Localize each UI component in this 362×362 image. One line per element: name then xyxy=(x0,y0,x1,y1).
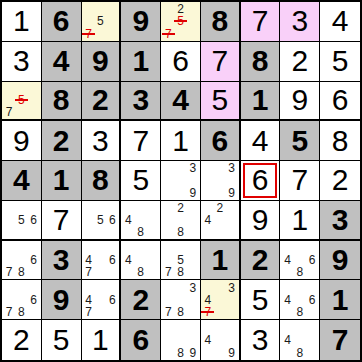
sudoku-board: 1657925787343491678255782345196923716458… xyxy=(0,0,362,362)
cell-r9c4[interactable]: 6 xyxy=(121,320,161,360)
placed-digit: 5 xyxy=(320,42,360,81)
cell-r5c6[interactable]: 39 xyxy=(201,161,241,201)
cell-r6c7[interactable]: 9 xyxy=(241,201,281,241)
placed-digit: 6 xyxy=(161,42,200,81)
cell-r8c4[interactable]: 2 xyxy=(121,280,161,320)
candidate-digit: 8 xyxy=(177,226,184,238)
eliminated-candidate-digit: 5 xyxy=(177,15,184,27)
cell-r6c6[interactable]: 24 xyxy=(201,201,241,241)
cell-r7c3[interactable]: 467 xyxy=(82,241,122,281)
candidate-digit: 4 xyxy=(125,214,132,226)
cell-r4c7[interactable]: 4 xyxy=(241,121,281,161)
cell-r6c3[interactable]: 56 xyxy=(82,201,122,241)
placed-digit: 3 xyxy=(280,2,319,41)
candidate-digit: 3 xyxy=(189,162,196,174)
cell-r5c8[interactable]: 7 xyxy=(280,161,320,201)
candidate-grid: 57 xyxy=(82,2,120,41)
placed-digit: 7 xyxy=(121,121,160,160)
cell-r6c1[interactable]: 56 xyxy=(2,201,42,241)
candidate-grid: 89 xyxy=(161,320,200,360)
given-digit: 8 xyxy=(201,2,239,41)
cell-r6c2[interactable]: 7 xyxy=(42,201,82,241)
cell-r9c3[interactable]: 1 xyxy=(82,320,122,360)
given-digit: 1 xyxy=(201,241,239,280)
candidate-digit: 8 xyxy=(137,266,144,278)
candidate-digit: 8 xyxy=(177,266,184,278)
eliminated-candidate-digit: 7 xyxy=(165,28,172,40)
cell-r4c4[interactable]: 7 xyxy=(121,121,161,161)
cell-r9c6[interactable]: 49 xyxy=(201,320,241,360)
placed-digit: 9 xyxy=(280,82,319,120)
placed-digit: 1 xyxy=(2,2,41,41)
cell-r4c3[interactable]: 3 xyxy=(82,121,122,161)
candidate-digit: 4 xyxy=(284,334,291,346)
placed-digit: 3 xyxy=(2,42,41,81)
cell-r5c5[interactable]: 39 xyxy=(161,161,201,201)
candidate-digit: 9 xyxy=(189,347,196,359)
cell-r5c2[interactable]: 1 xyxy=(42,161,82,201)
cell-r7c8[interactable]: 468 xyxy=(280,241,320,281)
cell-r1c5[interactable]: 257 xyxy=(161,2,201,42)
candidate-grid: 56 xyxy=(82,201,120,239)
given-digit: 6 xyxy=(121,320,160,360)
candidate-digit: 2 xyxy=(216,202,223,214)
cell-r8c3[interactable]: 467 xyxy=(82,280,122,320)
placed-digit: 5 xyxy=(42,320,81,360)
placed-digit: 6 xyxy=(241,161,280,200)
candidate-digit: 9 xyxy=(228,187,235,199)
placed-digit: 7 xyxy=(201,42,239,81)
given-digit: 8 xyxy=(82,161,120,200)
given-digit: 4 xyxy=(2,161,41,200)
candidate-grid: 48 xyxy=(121,201,160,239)
cell-r9c1[interactable]: 2 xyxy=(2,320,42,360)
cell-r4c5[interactable]: 1 xyxy=(161,121,201,161)
candidate-grid: 678 xyxy=(2,280,41,319)
placed-digit: 4 xyxy=(320,2,360,41)
candidate-grid: 468 xyxy=(280,280,319,319)
placed-digit: 7 xyxy=(241,2,280,41)
cell-r9c8[interactable]: 48 xyxy=(280,320,320,360)
candidate-digit: 4 xyxy=(204,214,211,226)
cell-r3c3[interactable]: 2 xyxy=(82,82,122,122)
cell-r5c7[interactable]: 6 xyxy=(241,161,281,201)
cell-r8c2[interactable]: 9 xyxy=(42,280,82,320)
candidate-digit: 7 xyxy=(6,306,13,318)
candidate-digit: 4 xyxy=(284,254,291,266)
cell-r3c2[interactable]: 8 xyxy=(42,82,82,122)
eliminated-candidate-digit: 5 xyxy=(18,94,25,106)
given-digit: 8 xyxy=(42,82,81,120)
cell-r3c9[interactable]: 6 xyxy=(320,82,360,122)
placed-digit: 3 xyxy=(82,121,120,160)
candidate-grid: 467 xyxy=(82,280,120,319)
given-digit: 2 xyxy=(42,121,81,160)
placed-digit: 7 xyxy=(42,201,81,239)
cell-r2c8[interactable]: 2 xyxy=(280,42,320,82)
given-digit: 9 xyxy=(320,241,360,280)
candidate-digit: 8 xyxy=(177,347,184,359)
cell-r9c7[interactable]: 3 xyxy=(241,320,281,360)
placed-digit: 5 xyxy=(241,280,280,319)
cell-r8c7[interactable]: 5 xyxy=(241,280,281,320)
cell-r8c8[interactable]: 468 xyxy=(280,280,320,320)
cell-r1c6[interactable]: 8 xyxy=(201,2,241,42)
candidate-digit: 7 xyxy=(6,266,13,278)
candidate-digit: 8 xyxy=(177,306,184,318)
cell-r6c9[interactable]: 3 xyxy=(320,201,360,241)
candidate-digit: 7 xyxy=(6,106,13,118)
candidate-digit: 5 xyxy=(97,15,104,27)
given-digit: 1 xyxy=(121,42,160,81)
eliminated-candidate-digit: 7 xyxy=(204,306,211,318)
cell-r2c6[interactable]: 7 xyxy=(201,42,241,82)
cell-r3c6[interactable]: 5 xyxy=(201,82,241,122)
candidate-digit: 3 xyxy=(228,282,235,294)
eliminated-candidate-digit: 7 xyxy=(85,28,92,40)
placed-digit: 1 xyxy=(161,121,200,160)
placed-digit: 5 xyxy=(121,161,160,200)
candidate-digit: 4 xyxy=(85,254,92,266)
cell-r6c8[interactable]: 1 xyxy=(280,201,320,241)
candidate-digit: 3 xyxy=(228,162,235,174)
cell-r7c4[interactable]: 48 xyxy=(121,241,161,281)
candidate-digit: 7 xyxy=(165,266,172,278)
candidate-grid: 48 xyxy=(280,320,319,360)
cell-r8c1[interactable]: 678 xyxy=(2,280,42,320)
candidate-digit: 4 xyxy=(284,294,291,306)
candidate-digit: 7 xyxy=(165,306,172,318)
candidate-grid: 468 xyxy=(280,241,319,280)
candidate-digit: 9 xyxy=(228,347,235,359)
cell-r7c9[interactable]: 9 xyxy=(320,241,360,281)
candidate-grid: 57 xyxy=(2,82,41,120)
cell-r7c7[interactable]: 2 xyxy=(241,241,281,281)
candidate-digit: 2 xyxy=(177,202,184,214)
candidate-grid: 24 xyxy=(201,201,239,239)
candidate-grid: 578 xyxy=(161,241,200,280)
candidate-grid: 39 xyxy=(201,161,239,200)
cell-r8c5[interactable]: 378 xyxy=(161,280,201,320)
cell-r5c1[interactable]: 4 xyxy=(2,161,42,201)
candidate-digit: 4 xyxy=(204,294,211,306)
cell-r9c5[interactable]: 89 xyxy=(161,320,201,360)
given-digit: 1 xyxy=(320,280,360,319)
cell-r4c6[interactable]: 6 xyxy=(201,121,241,161)
given-digit: 4 xyxy=(42,42,81,81)
candidate-digit: 4 xyxy=(204,334,211,346)
placed-digit: 1 xyxy=(280,201,319,239)
given-digit: 2 xyxy=(121,280,160,319)
cell-r1c1[interactable]: 1 xyxy=(2,2,42,42)
placed-digit: 4 xyxy=(241,121,280,160)
placed-digit: 5 xyxy=(201,82,239,120)
candidate-digit: 8 xyxy=(296,266,303,278)
candidate-digit: 5 xyxy=(97,214,104,226)
cell-r3c1[interactable]: 57 xyxy=(2,82,42,122)
cell-r8c9[interactable]: 1 xyxy=(320,280,360,320)
placed-digit: 7 xyxy=(280,161,319,200)
cell-r5c9[interactable]: 2 xyxy=(320,161,360,201)
candidate-digit: 8 xyxy=(137,226,144,238)
cell-r1c8[interactable]: 3 xyxy=(280,2,320,42)
given-digit: 6 xyxy=(201,121,239,160)
candidate-digit: 6 xyxy=(309,254,316,266)
placed-digit: 8 xyxy=(320,121,360,160)
cell-r9c2[interactable]: 5 xyxy=(42,320,82,360)
candidate-digit: 8 xyxy=(18,306,25,318)
candidate-grid: 378 xyxy=(161,280,200,319)
given-digit: 9 xyxy=(82,42,120,81)
cell-r1c4[interactable]: 9 xyxy=(121,2,161,42)
candidate-digit: 6 xyxy=(109,214,116,226)
candidate-digit: 6 xyxy=(30,214,37,226)
cell-r1c2[interactable]: 6 xyxy=(42,2,82,42)
cell-r4c1[interactable]: 9 xyxy=(2,121,42,161)
candidate-digit: 8 xyxy=(296,306,303,318)
candidate-grid: 467 xyxy=(82,241,120,280)
placed-digit: 2 xyxy=(2,320,41,360)
candidate-digit: 8 xyxy=(18,266,25,278)
cell-r2c4[interactable]: 1 xyxy=(121,42,161,82)
cell-r5c3[interactable]: 8 xyxy=(82,161,122,201)
candidate-grid: 347 xyxy=(201,280,239,319)
candidate-digit: 8 xyxy=(296,347,303,359)
placed-digit: 1 xyxy=(82,320,120,360)
candidate-digit: 5 xyxy=(177,254,184,266)
given-digit: 8 xyxy=(241,42,280,81)
placed-digit: 9 xyxy=(2,121,41,160)
cell-r4c2[interactable]: 2 xyxy=(42,121,82,161)
cell-r8c6[interactable]: 347 xyxy=(201,280,241,320)
candidate-grid: 257 xyxy=(161,2,200,41)
given-digit: 3 xyxy=(121,82,160,120)
candidate-digit: 9 xyxy=(189,187,196,199)
cell-r2c2[interactable]: 4 xyxy=(42,42,82,82)
cell-r6c4[interactable]: 48 xyxy=(121,201,161,241)
cell-r2c7[interactable]: 8 xyxy=(241,42,281,82)
placed-digit: 3 xyxy=(241,320,280,360)
given-digit: 1 xyxy=(42,161,81,200)
candidate-grid: 28 xyxy=(161,201,200,239)
cell-r2c5[interactable]: 6 xyxy=(161,42,201,82)
candidate-digit: 6 xyxy=(109,254,116,266)
cell-r6c5[interactable]: 28 xyxy=(161,201,201,241)
cell-r9c9[interactable]: 7 xyxy=(320,320,360,360)
candidate-grid: 49 xyxy=(201,320,239,360)
cell-r7c5[interactable]: 578 xyxy=(161,241,201,281)
cell-r4c9[interactable]: 8 xyxy=(320,121,360,161)
candidate-digit: 7 xyxy=(85,266,92,278)
candidate-digit: 4 xyxy=(125,254,132,266)
cell-r1c3[interactable]: 57 xyxy=(82,2,122,42)
given-digit: 4 xyxy=(161,82,200,120)
cell-r3c5[interactable]: 4 xyxy=(161,82,201,122)
cell-r7c1[interactable]: 678 xyxy=(2,241,42,281)
given-digit: 7 xyxy=(320,320,360,360)
given-digit: 3 xyxy=(320,201,360,239)
candidate-digit: 2 xyxy=(177,3,184,15)
cell-r7c2[interactable]: 3 xyxy=(42,241,82,281)
cell-r3c7[interactable]: 1 xyxy=(241,82,281,122)
candidate-digit: 6 xyxy=(30,294,37,306)
cell-r4c8[interactable]: 5 xyxy=(280,121,320,161)
candidate-digit: 5 xyxy=(18,214,25,226)
given-digit: 6 xyxy=(42,2,81,41)
placed-digit: 6 xyxy=(320,82,360,120)
given-digit: 9 xyxy=(121,2,160,41)
candidate-grid: 678 xyxy=(2,241,41,280)
candidate-digit: 4 xyxy=(85,294,92,306)
cell-r5c4[interactable]: 5 xyxy=(121,161,161,201)
cell-r3c4[interactable]: 3 xyxy=(121,82,161,122)
cell-r1c9[interactable]: 4 xyxy=(320,2,360,42)
candidate-grid: 56 xyxy=(2,201,41,239)
cell-r2c1[interactable]: 3 xyxy=(2,42,42,82)
placed-digit: 2 xyxy=(320,161,360,200)
candidate-digit: 6 xyxy=(30,254,37,266)
candidate-digit: 3 xyxy=(189,282,196,294)
placed-digit: 2 xyxy=(280,42,319,81)
given-digit: 2 xyxy=(82,82,120,120)
given-digit: 5 xyxy=(280,121,319,160)
given-digit: 9 xyxy=(42,280,81,319)
cell-r2c3[interactable]: 9 xyxy=(82,42,122,82)
candidate-grid: 48 xyxy=(121,241,160,280)
candidate-digit: 6 xyxy=(109,294,116,306)
given-digit: 2 xyxy=(241,241,280,280)
given-digit: 3 xyxy=(42,241,81,280)
candidate-grid: 39 xyxy=(161,161,200,200)
cell-r1c7[interactable]: 7 xyxy=(241,2,281,42)
placed-digit: 9 xyxy=(241,201,280,239)
cell-r2c9[interactable]: 5 xyxy=(320,42,360,82)
cell-r7c6[interactable]: 1 xyxy=(201,241,241,281)
candidate-digit: 6 xyxy=(309,294,316,306)
given-digit: 1 xyxy=(241,82,280,120)
cell-r3c8[interactable]: 9 xyxy=(280,82,320,122)
candidate-digit: 7 xyxy=(85,306,92,318)
